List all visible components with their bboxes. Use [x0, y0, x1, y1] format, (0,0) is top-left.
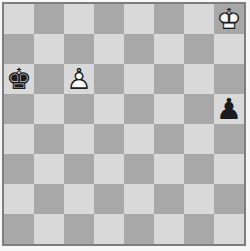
square-a1[interactable] — [4, 214, 34, 244]
piece-white-king[interactable]: ♚♔ — [214, 4, 244, 34]
square-f6[interactable] — [154, 64, 184, 94]
square-a8[interactable] — [4, 4, 34, 34]
black-king-glyph: ♚ — [4, 64, 34, 94]
square-a5[interactable] — [4, 94, 34, 124]
square-h2[interactable] — [214, 184, 244, 214]
white-king-outline-glyph: ♔ — [214, 4, 244, 34]
square-g4[interactable] — [184, 124, 214, 154]
black-pawn-glyph: ♟ — [214, 94, 244, 124]
square-d6[interactable] — [94, 64, 124, 94]
square-e2[interactable] — [124, 184, 154, 214]
square-c6[interactable]: ♟♙ — [64, 64, 94, 94]
square-c7[interactable] — [64, 34, 94, 64]
square-d5[interactable] — [94, 94, 124, 124]
square-d3[interactable] — [94, 154, 124, 184]
square-f4[interactable] — [154, 124, 184, 154]
square-b6[interactable] — [34, 64, 64, 94]
square-h1[interactable] — [214, 214, 244, 244]
square-b2[interactable] — [34, 184, 64, 214]
square-h8[interactable]: ♚♔ — [214, 4, 244, 34]
square-d1[interactable] — [94, 214, 124, 244]
chess-diagram: ♚♔♚♟♙♟ — [0, 0, 250, 251]
square-b5[interactable] — [34, 94, 64, 124]
square-h3[interactable] — [214, 154, 244, 184]
square-b4[interactable] — [34, 124, 64, 154]
square-g7[interactable] — [184, 34, 214, 64]
square-e6[interactable] — [124, 64, 154, 94]
square-g3[interactable] — [184, 154, 214, 184]
square-a6[interactable]: ♚ — [4, 64, 34, 94]
square-e8[interactable] — [124, 4, 154, 34]
square-e5[interactable] — [124, 94, 154, 124]
square-g8[interactable] — [184, 4, 214, 34]
square-h7[interactable] — [214, 34, 244, 64]
square-a3[interactable] — [4, 154, 34, 184]
square-e7[interactable] — [124, 34, 154, 64]
square-f7[interactable] — [154, 34, 184, 64]
square-d8[interactable] — [94, 4, 124, 34]
square-f8[interactable] — [154, 4, 184, 34]
square-b8[interactable] — [34, 4, 64, 34]
square-h5[interactable]: ♟ — [214, 94, 244, 124]
square-h4[interactable] — [214, 124, 244, 154]
square-g6[interactable] — [184, 64, 214, 94]
square-f5[interactable] — [154, 94, 184, 124]
square-a2[interactable] — [4, 184, 34, 214]
piece-white-pawn[interactable]: ♟♙ — [64, 64, 94, 94]
square-c4[interactable] — [64, 124, 94, 154]
square-c1[interactable] — [64, 214, 94, 244]
square-a4[interactable] — [4, 124, 34, 154]
piece-black-king[interactable]: ♚ — [4, 64, 34, 94]
square-d7[interactable] — [94, 34, 124, 64]
square-e4[interactable] — [124, 124, 154, 154]
square-b1[interactable] — [34, 214, 64, 244]
square-d4[interactable] — [94, 124, 124, 154]
piece-black-pawn[interactable]: ♟ — [214, 94, 244, 124]
square-g5[interactable] — [184, 94, 214, 124]
square-f1[interactable] — [154, 214, 184, 244]
square-f3[interactable] — [154, 154, 184, 184]
square-a7[interactable] — [4, 34, 34, 64]
white-pawn-outline-glyph: ♙ — [64, 64, 94, 94]
square-b7[interactable] — [34, 34, 64, 64]
square-c2[interactable] — [64, 184, 94, 214]
square-g2[interactable] — [184, 184, 214, 214]
square-e1[interactable] — [124, 214, 154, 244]
square-c8[interactable] — [64, 4, 94, 34]
board-frame: ♚♔♚♟♙♟ — [2, 2, 246, 246]
square-c3[interactable] — [64, 154, 94, 184]
square-g1[interactable] — [184, 214, 214, 244]
square-c5[interactable] — [64, 94, 94, 124]
chess-board: ♚♔♚♟♙♟ — [4, 4, 244, 244]
square-f2[interactable] — [154, 184, 184, 214]
square-b3[interactable] — [34, 154, 64, 184]
square-h6[interactable] — [214, 64, 244, 94]
square-e3[interactable] — [124, 154, 154, 184]
square-d2[interactable] — [94, 184, 124, 214]
